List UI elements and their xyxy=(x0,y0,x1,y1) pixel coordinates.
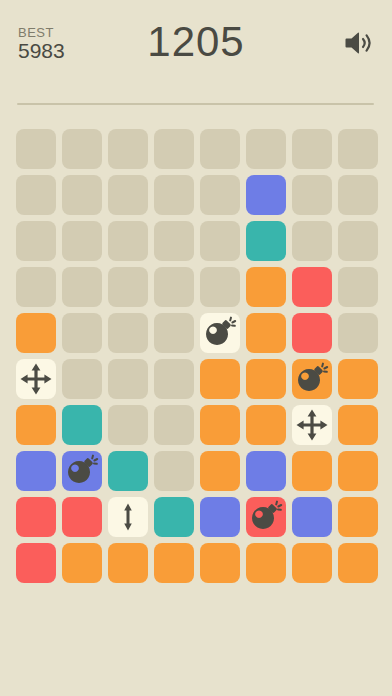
tile-orange-r10c4[interactable] xyxy=(154,543,194,583)
bomb-icon xyxy=(64,453,100,489)
tile-empty-r3c1 xyxy=(16,221,56,261)
tile-orange-r8c7[interactable] xyxy=(292,451,332,491)
tile-red-r9c1[interactable] xyxy=(16,497,56,537)
tile-orange-r8c8[interactable] xyxy=(338,451,378,491)
tile-orange-r4c6[interactable] xyxy=(246,267,286,307)
vertical-arrow-icon xyxy=(113,502,143,532)
tile-empty-r1c5 xyxy=(200,129,240,169)
tile-empty-r5c2 xyxy=(62,313,102,353)
tile-blue-r9c5[interactable] xyxy=(200,497,240,537)
tile-empty-r5c8 xyxy=(338,313,378,353)
header: BEST 5983 1205 xyxy=(0,0,392,104)
tile-blue-r8c6[interactable] xyxy=(246,451,286,491)
tile-red-r9c2[interactable] xyxy=(62,497,102,537)
tile-empty-r4c4 xyxy=(154,267,194,307)
tile-empty-r3c3 xyxy=(108,221,148,261)
move-cross-icon xyxy=(19,362,53,396)
tile-empty-r5c4 xyxy=(154,313,194,353)
tile-orange-r10c6[interactable] xyxy=(246,543,286,583)
tile-cream-special-r9c3[interactable] xyxy=(108,497,148,537)
tile-empty-r1c8 xyxy=(338,129,378,169)
tile-empty-r1c7 xyxy=(292,129,332,169)
tile-empty-r1c3 xyxy=(108,129,148,169)
speaker-icon xyxy=(344,31,374,55)
tile-orange-r10c8[interactable] xyxy=(338,543,378,583)
tile-orange-r6c7[interactable] xyxy=(292,359,332,399)
tile-orange-r8c5[interactable] xyxy=(200,451,240,491)
tile-empty-r3c8 xyxy=(338,221,378,261)
tile-orange-r7c6[interactable] xyxy=(246,405,286,445)
tile-blue-r2c6[interactable] xyxy=(246,175,286,215)
tile-orange-r7c1[interactable] xyxy=(16,405,56,445)
tile-blue-r8c1[interactable] xyxy=(16,451,56,491)
tile-empty-r6c3 xyxy=(108,359,148,399)
tile-orange-r9c8[interactable] xyxy=(338,497,378,537)
move-cross-icon xyxy=(295,408,329,442)
tile-empty-r2c7 xyxy=(292,175,332,215)
tile-empty-r2c3 xyxy=(108,175,148,215)
tile-red-r4c7[interactable] xyxy=(292,267,332,307)
tile-teal-r9c4[interactable] xyxy=(154,497,194,537)
board xyxy=(16,129,378,583)
tile-empty-r1c6 xyxy=(246,129,286,169)
tile-orange-r7c5[interactable] xyxy=(200,405,240,445)
tile-orange-r10c3[interactable] xyxy=(108,543,148,583)
tile-empty-r3c5 xyxy=(200,221,240,261)
tile-teal-r7c2[interactable] xyxy=(62,405,102,445)
tile-orange-r6c5[interactable] xyxy=(200,359,240,399)
tile-blue-r9c7[interactable] xyxy=(292,497,332,537)
tile-orange-r5c6[interactable] xyxy=(246,313,286,353)
tile-red-r9c6[interactable] xyxy=(246,497,286,537)
tile-empty-r4c5 xyxy=(200,267,240,307)
tile-empty-r1c4 xyxy=(154,129,194,169)
tile-empty-r3c4 xyxy=(154,221,194,261)
tile-empty-r4c1 xyxy=(16,267,56,307)
tile-empty-r3c7 xyxy=(292,221,332,261)
tile-teal-r8c3[interactable] xyxy=(108,451,148,491)
tile-empty-r4c2 xyxy=(62,267,102,307)
tile-empty-r6c4 xyxy=(154,359,194,399)
tile-empty-r3c2 xyxy=(62,221,102,261)
tile-empty-r2c5 xyxy=(200,175,240,215)
tile-red-r10c1[interactable] xyxy=(16,543,56,583)
tile-empty-r1c1 xyxy=(16,129,56,169)
current-score: 1205 xyxy=(0,18,392,66)
tile-cream-special-r7c7[interactable] xyxy=(292,405,332,445)
sound-toggle-button[interactable] xyxy=(343,31,375,57)
tile-empty-r2c2 xyxy=(62,175,102,215)
tile-orange-r10c2[interactable] xyxy=(62,543,102,583)
tile-red-r5c7[interactable] xyxy=(292,313,332,353)
header-divider xyxy=(17,103,374,105)
bomb-icon xyxy=(202,315,238,351)
tile-empty-r5c3 xyxy=(108,313,148,353)
tile-empty-r7c3 xyxy=(108,405,148,445)
tile-orange-r10c5[interactable] xyxy=(200,543,240,583)
bomb-icon xyxy=(294,361,330,397)
tile-orange-r6c8[interactable] xyxy=(338,359,378,399)
tile-orange-r6c6[interactable] xyxy=(246,359,286,399)
tile-empty-r1c2 xyxy=(62,129,102,169)
tile-empty-r2c1 xyxy=(16,175,56,215)
tile-empty-r7c4 xyxy=(154,405,194,445)
bomb-icon xyxy=(248,499,284,535)
tile-orange-r10c7[interactable] xyxy=(292,543,332,583)
tile-empty-r8c4 xyxy=(154,451,194,491)
tile-blue-r8c2[interactable] xyxy=(62,451,102,491)
tile-cream-special-r6c1[interactable] xyxy=(16,359,56,399)
tile-cream-special-r5c5[interactable] xyxy=(200,313,240,353)
tile-empty-r2c8 xyxy=(338,175,378,215)
tile-teal-r3c6[interactable] xyxy=(246,221,286,261)
tile-empty-r4c8 xyxy=(338,267,378,307)
tile-empty-r6c2 xyxy=(62,359,102,399)
tile-orange-r5c1[interactable] xyxy=(16,313,56,353)
tile-empty-r4c3 xyxy=(108,267,148,307)
tile-empty-r2c4 xyxy=(154,175,194,215)
tile-orange-r7c8[interactable] xyxy=(338,405,378,445)
